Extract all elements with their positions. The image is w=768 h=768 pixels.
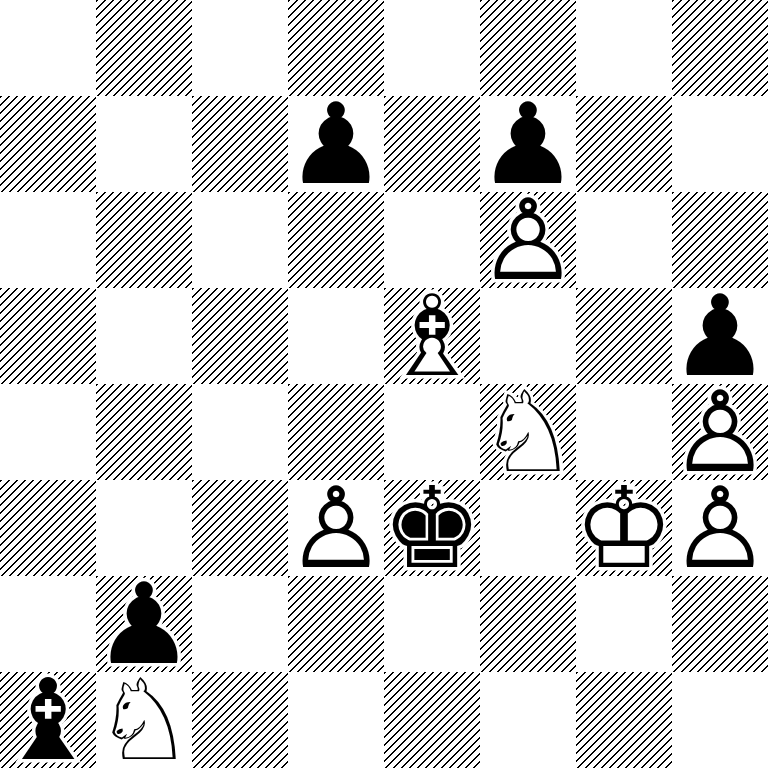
- square-h4[interactable]: ♟♙: [672, 384, 768, 480]
- piece-white-pawn-f6[interactable]: ♟♙: [480, 192, 576, 288]
- square-f3[interactable]: [480, 480, 576, 576]
- square-d7[interactable]: ♟♟: [288, 96, 384, 192]
- square-b4[interactable]: [96, 384, 192, 480]
- square-g4[interactable]: [576, 384, 672, 480]
- square-g1[interactable]: [576, 672, 672, 768]
- square-d3[interactable]: ♟♙: [288, 480, 384, 576]
- square-h1[interactable]: [672, 672, 768, 768]
- square-g8[interactable]: [576, 0, 672, 96]
- square-a4[interactable]: [0, 384, 96, 480]
- piece-black-bishop-a1[interactable]: ♝♝: [0, 672, 96, 768]
- piece-glyph: ♙: [672, 384, 768, 480]
- square-e7[interactable]: [384, 96, 480, 192]
- square-f1[interactable]: [480, 672, 576, 768]
- square-e2[interactable]: [384, 576, 480, 672]
- square-h3[interactable]: ♟♙: [672, 480, 768, 576]
- square-e4[interactable]: [384, 384, 480, 480]
- square-g2[interactable]: [576, 576, 672, 672]
- square-c7[interactable]: [192, 96, 288, 192]
- square-e5[interactable]: ♝♗: [384, 288, 480, 384]
- piece-white-king-g3[interactable]: ♚♔: [576, 480, 672, 576]
- piece-glyph: ♗: [384, 288, 480, 384]
- square-e6[interactable]: [384, 192, 480, 288]
- square-d8[interactable]: [288, 0, 384, 96]
- square-b1[interactable]: ♞♘: [96, 672, 192, 768]
- square-c2[interactable]: [192, 576, 288, 672]
- piece-glyph: ♙: [480, 192, 576, 288]
- piece-glyph: ♙: [672, 480, 768, 576]
- piece-white-pawn-h3[interactable]: ♟♙: [672, 480, 768, 576]
- piece-white-knight-b1[interactable]: ♞♘: [96, 672, 192, 768]
- piece-glyph: ♔: [576, 480, 672, 576]
- piece-black-pawn-d7[interactable]: ♟♟: [288, 96, 384, 192]
- square-h6[interactable]: [672, 192, 768, 288]
- square-a1[interactable]: ♝♝: [0, 672, 96, 768]
- square-c5[interactable]: [192, 288, 288, 384]
- square-f2[interactable]: [480, 576, 576, 672]
- square-h8[interactable]: [672, 0, 768, 96]
- square-g5[interactable]: [576, 288, 672, 384]
- piece-black-pawn-b2[interactable]: ♟♟: [96, 576, 192, 672]
- square-a8[interactable]: [0, 0, 96, 96]
- piece-black-pawn-f7[interactable]: ♟♟: [480, 96, 576, 192]
- square-d6[interactable]: [288, 192, 384, 288]
- square-f6[interactable]: ♟♙: [480, 192, 576, 288]
- square-b2[interactable]: ♟♟: [96, 576, 192, 672]
- piece-glyph: ♟: [480, 96, 576, 192]
- piece-white-knight-f4[interactable]: ♞♘: [480, 384, 576, 480]
- square-g7[interactable]: [576, 96, 672, 192]
- piece-glyph: ♟: [288, 96, 384, 192]
- piece-white-bishop-e5[interactable]: ♝♗: [384, 288, 480, 384]
- square-e1[interactable]: [384, 672, 480, 768]
- piece-black-pawn-h5[interactable]: ♟♟: [672, 288, 768, 384]
- square-d4[interactable]: [288, 384, 384, 480]
- square-c6[interactable]: [192, 192, 288, 288]
- piece-glyph: ♘: [480, 384, 576, 480]
- piece-white-pawn-h4[interactable]: ♟♙: [672, 384, 768, 480]
- piece-glyph: ♚: [384, 480, 480, 576]
- piece-glyph: ♘: [96, 672, 192, 768]
- piece-glyph: ♝: [0, 672, 96, 768]
- square-b5[interactable]: [96, 288, 192, 384]
- square-f8[interactable]: [480, 0, 576, 96]
- square-g6[interactable]: [576, 192, 672, 288]
- square-a5[interactable]: [0, 288, 96, 384]
- square-f5[interactable]: [480, 288, 576, 384]
- square-d1[interactable]: [288, 672, 384, 768]
- piece-glyph: ♙: [288, 480, 384, 576]
- square-a7[interactable]: [0, 96, 96, 192]
- square-b6[interactable]: [96, 192, 192, 288]
- square-c3[interactable]: [192, 480, 288, 576]
- square-a2[interactable]: [0, 576, 96, 672]
- piece-glyph: ♟: [96, 576, 192, 672]
- square-a3[interactable]: [0, 480, 96, 576]
- chessboard: ♟♟♟♟♟♙♝♗♟♟♞♘♟♙♟♙♚♚♚♔♟♙♟♟♝♝♞♘: [0, 0, 768, 768]
- square-d5[interactable]: [288, 288, 384, 384]
- square-d2[interactable]: [288, 576, 384, 672]
- square-f7[interactable]: ♟♟: [480, 96, 576, 192]
- square-b8[interactable]: [96, 0, 192, 96]
- square-f4[interactable]: ♞♘: [480, 384, 576, 480]
- square-b3[interactable]: [96, 480, 192, 576]
- square-b7[interactable]: [96, 96, 192, 192]
- square-c1[interactable]: [192, 672, 288, 768]
- square-c4[interactable]: [192, 384, 288, 480]
- square-h5[interactable]: ♟♟: [672, 288, 768, 384]
- square-a6[interactable]: [0, 192, 96, 288]
- piece-white-pawn-d3[interactable]: ♟♙: [288, 480, 384, 576]
- square-e3[interactable]: ♚♚: [384, 480, 480, 576]
- square-e8[interactable]: [384, 0, 480, 96]
- square-h2[interactable]: [672, 576, 768, 672]
- square-h7[interactable]: [672, 96, 768, 192]
- square-g3[interactable]: ♚♔: [576, 480, 672, 576]
- piece-black-king-e3[interactable]: ♚♚: [384, 480, 480, 576]
- piece-glyph: ♟: [672, 288, 768, 384]
- square-c8[interactable]: [192, 0, 288, 96]
